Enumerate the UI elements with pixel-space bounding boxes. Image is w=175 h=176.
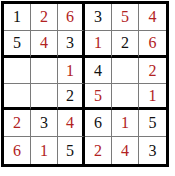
- cell-r1c2[interactable]: 2: [31, 4, 58, 31]
- cell-r3c1[interactable]: [4, 58, 31, 84]
- cell-r2c3[interactable]: 3: [58, 31, 85, 58]
- cell-r4c2[interactable]: [31, 84, 58, 110]
- cell-r6c6[interactable]: 3: [139, 137, 166, 164]
- cell-r4c1[interactable]: [4, 84, 31, 110]
- cell-r5c5[interactable]: 1: [112, 110, 139, 137]
- cell-r3c6[interactable]: 2: [139, 58, 166, 84]
- cell-r3c3[interactable]: 1: [58, 58, 85, 84]
- cell-r2c6[interactable]: 6: [139, 31, 166, 58]
- cell-r5c3[interactable]: 4: [58, 110, 85, 137]
- cell-r6c4[interactable]: 2: [85, 137, 112, 164]
- cell-r3c2[interactable]: [31, 58, 58, 84]
- cell-r4c5[interactable]: [112, 84, 139, 110]
- cell-r5c4[interactable]: 6: [85, 110, 112, 137]
- cell-r1c6[interactable]: 4: [139, 4, 166, 31]
- sudoku-board: 126354543126142251234615615243: [1, 1, 169, 167]
- cell-r1c3[interactable]: 6: [58, 4, 85, 31]
- cell-r2c1[interactable]: 5: [4, 31, 31, 58]
- cell-r4c3[interactable]: 2: [58, 84, 85, 110]
- cell-r4c6[interactable]: 1: [139, 84, 166, 110]
- cell-r5c2[interactable]: 3: [31, 110, 58, 137]
- cell-r6c3[interactable]: 5: [58, 137, 85, 164]
- cell-r3c5[interactable]: [112, 58, 139, 84]
- cell-r5c1[interactable]: 2: [4, 110, 31, 137]
- cell-r1c5[interactable]: 5: [112, 4, 139, 31]
- cell-r3c4[interactable]: 4: [85, 58, 112, 84]
- cell-r2c4[interactable]: 1: [85, 31, 112, 58]
- cell-r2c5[interactable]: 2: [112, 31, 139, 58]
- cell-r2c2[interactable]: 4: [31, 31, 58, 58]
- cell-r1c1[interactable]: 1: [4, 4, 31, 31]
- sudoku-page: 126354543126142251234615615243: [0, 0, 175, 176]
- cell-r4c4[interactable]: 5: [85, 84, 112, 110]
- cell-r1c4[interactable]: 3: [85, 4, 112, 31]
- cell-r6c5[interactable]: 4: [112, 137, 139, 164]
- cell-r6c1[interactable]: 6: [4, 137, 31, 164]
- cell-r5c6[interactable]: 5: [139, 110, 166, 137]
- cell-r6c2[interactable]: 1: [31, 137, 58, 164]
